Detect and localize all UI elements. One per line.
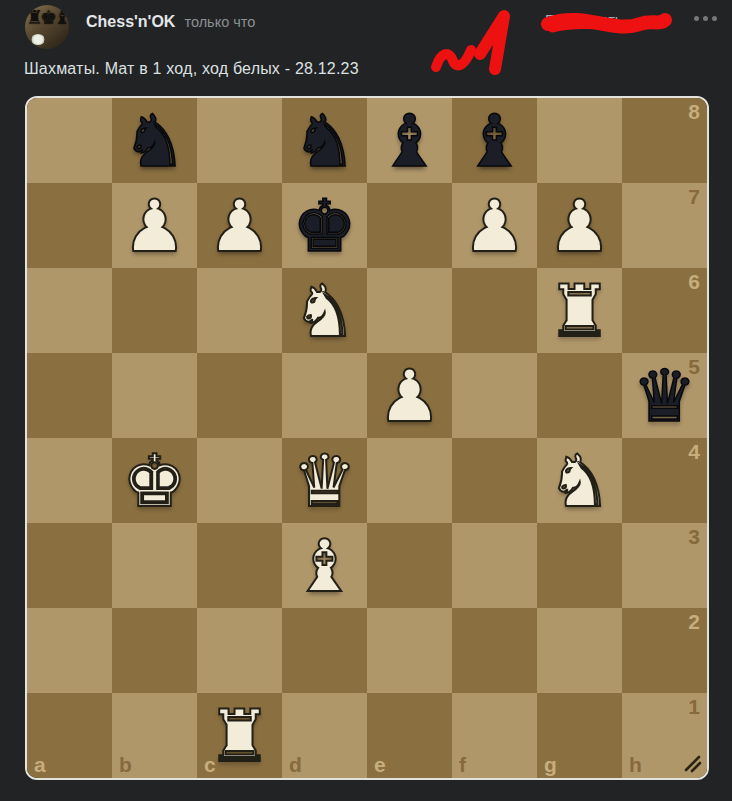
white-pawn-f7: ♟	[452, 183, 537, 268]
square-d1: d	[282, 693, 367, 778]
file-label-a: a	[34, 753, 46, 777]
file-label-f: f	[459, 753, 466, 777]
white-queen-d4: ♛	[282, 438, 367, 523]
square-b7: ♟	[112, 183, 197, 268]
promote-link[interactable]: Продвигать	[545, 12, 622, 28]
square-h6: 6	[622, 268, 707, 353]
square-e2	[367, 608, 452, 693]
square-b4: ♚	[112, 438, 197, 523]
white-bishop-d3: ♝	[282, 523, 367, 608]
square-h3: 3	[622, 523, 707, 608]
white-king-b4: ♚	[112, 438, 197, 523]
square-f1: f	[452, 693, 537, 778]
square-h8: 8	[622, 98, 707, 183]
rank-label-4: 4	[688, 440, 700, 464]
square-h4: 4	[622, 438, 707, 523]
square-e8: ♝	[367, 98, 452, 183]
white-pawn-g7: ♟	[537, 183, 622, 268]
square-f2	[452, 608, 537, 693]
square-f5	[452, 353, 537, 438]
square-h2: 2	[622, 608, 707, 693]
square-g7: ♟	[537, 183, 622, 268]
rank-label-2: 2	[688, 610, 700, 634]
square-e5: ♟	[367, 353, 452, 438]
square-g2	[537, 608, 622, 693]
square-a2	[27, 608, 112, 693]
square-g4: ♞	[537, 438, 622, 523]
square-b5	[112, 353, 197, 438]
square-d3: ♝	[282, 523, 367, 608]
square-g8	[537, 98, 622, 183]
square-c5	[197, 353, 282, 438]
square-e3	[367, 523, 452, 608]
square-d7: ♚	[282, 183, 367, 268]
square-c7: ♟	[197, 183, 282, 268]
square-b1: b	[112, 693, 197, 778]
white-pawn-b7: ♟	[112, 183, 197, 268]
square-a8	[27, 98, 112, 183]
post-title: Шахматы. Мат в 1 ход, ход белых - 28.12.…	[24, 60, 359, 78]
rank-label-8: 8	[688, 100, 700, 124]
square-d5	[282, 353, 367, 438]
square-f8: ♝	[452, 98, 537, 183]
square-a7	[27, 183, 112, 268]
square-f7: ♟	[452, 183, 537, 268]
black-bishop-f8: ♝	[452, 98, 537, 183]
white-knight-g4: ♞	[537, 438, 622, 523]
square-b2	[112, 608, 197, 693]
avatar-flower-icon	[31, 34, 45, 45]
square-a1: a	[27, 693, 112, 778]
post-menu-button[interactable]	[694, 16, 717, 21]
vk-dark-post-page: { "game": "chess", "position": "1n1nbb2/…	[0, 0, 732, 801]
white-knight-d6: ♞	[282, 268, 367, 353]
menu-dot	[703, 16, 708, 21]
black-king-d7: ♚	[282, 183, 367, 268]
author-name[interactable]: Chess'n'OK	[86, 13, 175, 31]
square-f4	[452, 438, 537, 523]
black-bishop-e8: ♝	[367, 98, 452, 183]
menu-dot	[694, 16, 699, 21]
rank-label-5: 5	[688, 355, 700, 379]
square-g6: ♜	[537, 268, 622, 353]
black-knight-b8: ♞	[112, 98, 197, 183]
square-f6	[452, 268, 537, 353]
square-c1: c♜	[197, 693, 282, 778]
menu-dot	[712, 16, 717, 21]
post-timestamp: только что	[184, 14, 255, 30]
author-line: Chess'n'OK только что	[86, 13, 255, 31]
square-c6	[197, 268, 282, 353]
file-label-d: d	[289, 753, 302, 777]
square-c3	[197, 523, 282, 608]
square-a3	[27, 523, 112, 608]
square-b8: ♞	[112, 98, 197, 183]
square-h7: 7	[622, 183, 707, 268]
file-label-e: e	[374, 753, 386, 777]
avatar[interactable]: ♜♚♝	[25, 5, 69, 49]
white-rook-g6: ♜	[537, 268, 622, 353]
square-d8: ♞	[282, 98, 367, 183]
square-d6: ♞	[282, 268, 367, 353]
resize-grip-icon	[682, 753, 702, 773]
square-c2	[197, 608, 282, 693]
rank-label-6: 6	[688, 270, 700, 294]
square-f3	[452, 523, 537, 608]
square-g3	[537, 523, 622, 608]
square-c4	[197, 438, 282, 523]
square-h5: 5♛	[622, 353, 707, 438]
square-g5	[537, 353, 622, 438]
square-c8	[197, 98, 282, 183]
square-d4: ♛	[282, 438, 367, 523]
rank-label-3: 3	[688, 525, 700, 549]
square-a5	[27, 353, 112, 438]
square-b6	[112, 268, 197, 353]
square-e1: e	[367, 693, 452, 778]
post-header: ♜♚♝ Chess'n'OK только что Продвигать	[0, 0, 732, 56]
file-label-g: g	[544, 753, 557, 777]
file-label-c: c	[204, 753, 216, 777]
white-pawn-c7: ♟	[197, 183, 282, 268]
chess-board[interactable]: ♞♞♝♝8♟♟♚♟♟7♞♜6♟5♛♚♛♞4♝32abc♜defg1h	[25, 96, 709, 780]
file-label-b: b	[119, 753, 132, 777]
rank-label-1: 1	[688, 695, 700, 719]
avatar-chess-pieces-icon: ♜♚♝	[25, 6, 69, 28]
white-pawn-e5: ♟	[367, 353, 452, 438]
square-a4	[27, 438, 112, 523]
rank-label-7: 7	[688, 185, 700, 209]
square-e7	[367, 183, 452, 268]
square-a6	[27, 268, 112, 353]
square-d2	[282, 608, 367, 693]
square-b3	[112, 523, 197, 608]
square-e4	[367, 438, 452, 523]
black-knight-d8: ♞	[282, 98, 367, 183]
square-e6	[367, 268, 452, 353]
file-label-h: h	[629, 753, 642, 777]
square-g1: g	[537, 693, 622, 778]
